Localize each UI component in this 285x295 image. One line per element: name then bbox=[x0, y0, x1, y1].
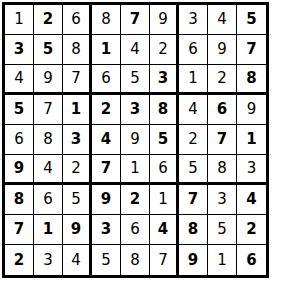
given-digit: 8 bbox=[246, 71, 256, 86]
cell-r6c5[interactable]: 1 bbox=[121, 155, 150, 185]
given-digit: 3 bbox=[158, 71, 168, 86]
given-digit: 9 bbox=[14, 161, 24, 176]
cell-r2c3[interactable]: 8 bbox=[63, 35, 92, 65]
cell-r9c3[interactable]: 4 bbox=[63, 245, 92, 275]
cell-r4c2[interactable]: 7 bbox=[34, 95, 63, 125]
cell-r5c6[interactable]: 5 bbox=[150, 125, 179, 155]
given-digit: 8 bbox=[188, 222, 198, 237]
solved-digit: 6 bbox=[158, 161, 168, 176]
given-digit: 3 bbox=[130, 102, 140, 117]
cell-r9c7[interactable]: 9 bbox=[179, 245, 208, 275]
cell-r1c9[interactable]: 5 bbox=[237, 5, 266, 35]
cell-r2c2[interactable]: 5 bbox=[34, 35, 63, 65]
solved-digit: 5 bbox=[101, 253, 111, 268]
cell-r4c8[interactable]: 6 bbox=[208, 95, 237, 125]
given-digit: 3 bbox=[14, 42, 24, 57]
cell-r7c2[interactable]: 6 bbox=[34, 185, 63, 215]
cell-r8c2[interactable]: 1 bbox=[34, 215, 63, 245]
solved-digit: 8 bbox=[217, 161, 227, 176]
cell-r8c1[interactable]: 7 bbox=[5, 215, 34, 245]
cell-r1c4[interactable]: 8 bbox=[92, 5, 121, 35]
solved-digit: 1 bbox=[158, 192, 168, 207]
solved-digit: 7 bbox=[71, 71, 81, 86]
cell-r8c9[interactable]: 2 bbox=[237, 215, 266, 245]
solved-digit: 4 bbox=[188, 102, 198, 117]
given-digit: 2 bbox=[43, 12, 53, 27]
sudoku-board: 1268793453581426974976531285712384696834… bbox=[2, 2, 269, 278]
solved-digit: 6 bbox=[130, 222, 140, 237]
cell-r5c8[interactable]: 7 bbox=[208, 125, 237, 155]
cell-r7c7[interactable]: 7 bbox=[179, 185, 208, 215]
cell-r9c9[interactable]: 6 bbox=[237, 245, 266, 275]
solved-digit: 4 bbox=[217, 12, 227, 27]
cell-r1c7[interactable]: 3 bbox=[179, 5, 208, 35]
cell-r2c7[interactable]: 6 bbox=[179, 35, 208, 65]
cell-r3c1[interactable]: 4 bbox=[5, 65, 34, 95]
given-digit: 1 bbox=[246, 132, 256, 147]
cell-r6c3[interactable]: 2 bbox=[63, 155, 92, 185]
given-digit: 5 bbox=[43, 42, 53, 57]
solved-digit: 5 bbox=[217, 222, 227, 237]
solved-digit: 8 bbox=[130, 253, 140, 268]
given-digit: 9 bbox=[188, 253, 198, 268]
cell-r1c5[interactable]: 7 bbox=[121, 5, 150, 35]
solved-digit: 3 bbox=[247, 161, 257, 176]
solved-digit: 5 bbox=[71, 192, 81, 207]
given-digit: 8 bbox=[14, 192, 24, 207]
solved-digit: 8 bbox=[101, 12, 111, 27]
given-digit: 2 bbox=[246, 222, 256, 237]
cell-r1c1[interactable]: 1 bbox=[5, 5, 34, 35]
cell-r4c4[interactable]: 2 bbox=[92, 95, 121, 125]
cell-r4c6[interactable]: 8 bbox=[150, 95, 179, 125]
solved-digit: 2 bbox=[188, 132, 198, 147]
cell-r8c6[interactable]: 4 bbox=[150, 215, 179, 245]
solved-digit: 1 bbox=[130, 161, 140, 176]
given-digit: 2 bbox=[130, 192, 140, 207]
given-digit: 6 bbox=[217, 102, 227, 117]
cell-r5c4[interactable]: 4 bbox=[92, 125, 121, 155]
given-digit: 5 bbox=[246, 12, 256, 27]
cell-r1c6[interactable]: 9 bbox=[150, 5, 179, 35]
given-digit: 7 bbox=[130, 12, 140, 27]
cell-r8c8[interactable]: 5 bbox=[208, 215, 237, 245]
given-digit: 7 bbox=[188, 192, 198, 207]
solved-digit: 7 bbox=[158, 253, 168, 268]
given-digit: 5 bbox=[158, 132, 168, 147]
cell-r7c8[interactable]: 3 bbox=[208, 185, 237, 215]
given-digit: 4 bbox=[246, 192, 256, 207]
solved-digit: 4 bbox=[130, 42, 140, 57]
given-digit: 9 bbox=[101, 192, 111, 207]
cell-r5c3[interactable]: 3 bbox=[63, 125, 92, 155]
cell-r7c6[interactable]: 1 bbox=[150, 185, 179, 215]
solved-digit: 9 bbox=[158, 12, 168, 27]
cell-r8c5[interactable]: 6 bbox=[121, 215, 150, 245]
cell-r6c2[interactable]: 4 bbox=[34, 155, 63, 185]
cell-r3c4[interactable]: 6 bbox=[92, 65, 121, 95]
solved-digit: 9 bbox=[217, 42, 227, 57]
solved-digit: 5 bbox=[130, 71, 140, 86]
cell-r2c8[interactable]: 9 bbox=[208, 35, 237, 65]
given-digit: 7 bbox=[217, 132, 227, 147]
solved-digit: 6 bbox=[71, 12, 81, 27]
given-digit: 6 bbox=[246, 253, 256, 268]
cell-r8c4[interactable]: 3 bbox=[92, 215, 121, 245]
cell-r1c8[interactable]: 4 bbox=[208, 5, 237, 35]
cell-r4c9[interactable]: 9 bbox=[237, 95, 266, 125]
solved-digit: 3 bbox=[43, 253, 53, 268]
cell-r5c7[interactable]: 2 bbox=[179, 125, 208, 155]
given-digit: 2 bbox=[14, 253, 24, 268]
given-digit: 7 bbox=[101, 161, 111, 176]
cell-r3c9[interactable]: 8 bbox=[237, 65, 266, 95]
cell-r6c7[interactable]: 5 bbox=[179, 155, 208, 185]
cell-r5c9[interactable]: 1 bbox=[237, 125, 266, 155]
cell-r9c6[interactable]: 7 bbox=[150, 245, 179, 275]
solved-digit: 2 bbox=[158, 42, 168, 57]
solved-digit: 6 bbox=[43, 192, 53, 207]
given-digit: 7 bbox=[246, 42, 256, 57]
solved-digit: 6 bbox=[188, 42, 198, 57]
solved-digit: 4 bbox=[14, 71, 24, 86]
cell-r6c1[interactable]: 9 bbox=[5, 155, 34, 185]
given-digit: 9 bbox=[71, 222, 81, 237]
given-digit: 5 bbox=[14, 102, 24, 117]
solved-digit: 1 bbox=[217, 253, 227, 268]
cell-r5c1[interactable]: 6 bbox=[5, 125, 34, 155]
solved-digit: 6 bbox=[101, 71, 111, 86]
solved-digit: 1 bbox=[188, 71, 198, 86]
cell-r4c3[interactable]: 1 bbox=[63, 95, 92, 125]
given-digit: 1 bbox=[71, 102, 81, 117]
cell-r3c3[interactable]: 7 bbox=[63, 65, 92, 95]
given-digit: 2 bbox=[101, 102, 111, 117]
solved-digit: 9 bbox=[130, 132, 140, 147]
cell-r6c8[interactable]: 8 bbox=[208, 155, 237, 185]
solved-digit: 3 bbox=[188, 12, 198, 27]
given-digit: 3 bbox=[71, 132, 81, 147]
cell-r9c2[interactable]: 3 bbox=[34, 245, 63, 275]
cell-r5c2[interactable]: 8 bbox=[34, 125, 63, 155]
given-digit: 8 bbox=[158, 102, 168, 117]
solved-digit: 2 bbox=[217, 71, 227, 86]
solved-digit: 8 bbox=[43, 132, 53, 147]
solved-digit: 5 bbox=[188, 161, 198, 176]
cell-r8c7[interactable]: 8 bbox=[179, 215, 208, 245]
cell-r9c5[interactable]: 8 bbox=[121, 245, 150, 275]
cell-r5c5[interactable]: 9 bbox=[121, 125, 150, 155]
given-digit: 3 bbox=[101, 222, 111, 237]
solved-digit: 3 bbox=[217, 192, 227, 207]
cell-r3c5[interactable]: 5 bbox=[121, 65, 150, 95]
cell-r7c3[interactable]: 5 bbox=[63, 185, 92, 215]
cell-r9c4[interactable]: 5 bbox=[92, 245, 121, 275]
solved-digit: 9 bbox=[247, 102, 257, 117]
cell-r6c9[interactable]: 3 bbox=[237, 155, 266, 185]
cell-r2c1[interactable]: 3 bbox=[5, 35, 34, 65]
cell-r3c8[interactable]: 2 bbox=[208, 65, 237, 95]
cell-r4c5[interactable]: 3 bbox=[121, 95, 150, 125]
sudoku-page: 1268793453581426974976531285712384696834… bbox=[0, 0, 285, 280]
solved-digit: 7 bbox=[43, 102, 53, 117]
given-digit: 7 bbox=[14, 222, 24, 237]
cell-r7c5[interactable]: 2 bbox=[121, 185, 150, 215]
cell-r8c3[interactable]: 9 bbox=[63, 215, 92, 245]
solved-digit: 1 bbox=[14, 12, 24, 27]
given-digit: 4 bbox=[101, 132, 111, 147]
given-digit: 4 bbox=[158, 222, 168, 237]
cell-r2c6[interactable]: 2 bbox=[150, 35, 179, 65]
cell-r7c4[interactable]: 9 bbox=[92, 185, 121, 215]
cell-r3c7[interactable]: 1 bbox=[179, 65, 208, 95]
solved-digit: 4 bbox=[71, 253, 81, 268]
given-digit: 1 bbox=[43, 222, 53, 237]
cell-r2c5[interactable]: 4 bbox=[121, 35, 150, 65]
solved-digit: 2 bbox=[71, 161, 81, 176]
cell-r6c4[interactable]: 7 bbox=[92, 155, 121, 185]
cell-r7c9[interactable]: 4 bbox=[237, 185, 266, 215]
solved-digit: 4 bbox=[43, 161, 53, 176]
cell-r1c2[interactable]: 2 bbox=[34, 5, 63, 35]
cell-r6c6[interactable]: 6 bbox=[150, 155, 179, 185]
cell-r7c1[interactable]: 8 bbox=[5, 185, 34, 215]
cell-r1c3[interactable]: 6 bbox=[63, 5, 92, 35]
cell-r3c2[interactable]: 9 bbox=[34, 65, 63, 95]
cell-r3c6[interactable]: 3 bbox=[150, 65, 179, 95]
cell-r4c7[interactable]: 4 bbox=[179, 95, 208, 125]
solved-digit: 6 bbox=[14, 132, 24, 147]
cell-r2c4[interactable]: 1 bbox=[92, 35, 121, 65]
cell-r9c1[interactable]: 2 bbox=[5, 245, 34, 275]
cell-r2c9[interactable]: 7 bbox=[237, 35, 266, 65]
given-digit: 1 bbox=[101, 42, 111, 57]
cell-r9c8[interactable]: 1 bbox=[208, 245, 237, 275]
solved-digit: 8 bbox=[71, 42, 81, 57]
cell-r4c1[interactable]: 5 bbox=[5, 95, 34, 125]
solved-digit: 9 bbox=[43, 71, 53, 86]
